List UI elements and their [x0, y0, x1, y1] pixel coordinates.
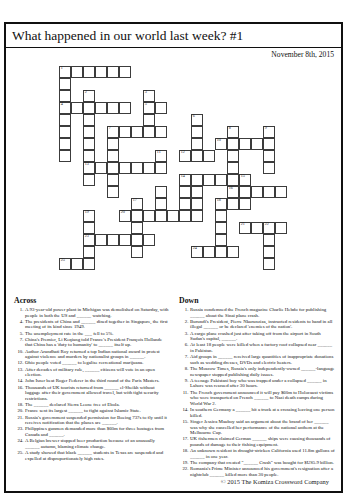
clue-number: 15: [241, 174, 245, 179]
grid-block: [167, 198, 179, 210]
grid-block: [71, 126, 83, 138]
grid-block: [119, 186, 131, 198]
grid-block: [179, 162, 191, 174]
grid-cell[interactable]: [59, 78, 71, 90]
grid-cell[interactable]: 1: [59, 66, 71, 78]
clue-num-label: 16.: [14, 385, 25, 402]
grid-block: [131, 114, 143, 126]
grid-block: [263, 114, 275, 126]
grid-block: [59, 222, 71, 234]
grid-cell[interactable]: [83, 150, 95, 162]
grid-cell[interactable]: [143, 210, 155, 222]
grid-cell[interactable]: [71, 66, 83, 78]
clue-number: 7: [109, 126, 111, 131]
grid-cell[interactable]: [239, 138, 251, 150]
grid-cell[interactable]: 15: [239, 174, 251, 186]
grid-block: [275, 162, 287, 174]
clue-num-label: 15.: [179, 419, 190, 436]
grid-cell[interactable]: [95, 102, 107, 114]
across-clue: 7.China's Premier, Li Keqiang told Franc…: [14, 337, 170, 348]
across-clue: 23.Philippines gunmen demanded more than…: [14, 426, 170, 437]
puzzle-sheet: What happened in our world last week? #1…: [4, 22, 343, 493]
grid-block: [227, 66, 239, 78]
clue-number: 20: [121, 210, 125, 215]
grid-block: [143, 258, 155, 270]
grid-block: [167, 174, 179, 186]
grid-cell[interactable]: [59, 90, 71, 102]
grid-cell[interactable]: [131, 162, 143, 174]
grid-block: [59, 174, 71, 186]
grid-block: [203, 186, 215, 198]
clue-num-label: 8.: [179, 366, 190, 377]
grid-cell[interactable]: 25: [59, 258, 71, 270]
grid-cell[interactable]: [107, 162, 119, 174]
grid-block: [59, 198, 71, 210]
grid-cell[interactable]: [179, 198, 191, 210]
grid-cell[interactable]: [71, 258, 83, 270]
grid-block: [143, 186, 155, 198]
grid-block: [275, 198, 287, 210]
grid-cell[interactable]: [143, 234, 155, 246]
across-clue: 21.Russia's government suspended permiss…: [14, 415, 170, 426]
grid-block: [275, 138, 287, 150]
grid-cell[interactable]: [155, 198, 167, 210]
clue-text: Singer Jessica Mauboy said an argument a…: [190, 419, 335, 436]
grid-block: [131, 78, 143, 90]
grid-block: [131, 102, 143, 114]
grid-block: [179, 102, 191, 114]
across-clue: 5.The unemployment rate in the ___ fell …: [14, 331, 170, 337]
grid-cell[interactable]: [251, 138, 263, 150]
grid-block: [191, 102, 203, 114]
grid-cell[interactable]: [227, 198, 239, 210]
grid-cell[interactable]: [227, 162, 239, 174]
grid-cell[interactable]: [131, 126, 143, 138]
grid-cell[interactable]: [191, 198, 203, 210]
grid-cell[interactable]: [107, 102, 119, 114]
grid-cell[interactable]: [167, 210, 179, 222]
grid-cell[interactable]: 21: [239, 222, 251, 234]
grid-cell[interactable]: [59, 126, 71, 138]
clue-number: 12: [181, 150, 185, 155]
grid-block: [239, 102, 251, 114]
clue-num-label: 2.: [179, 319, 190, 330]
grid-block: [275, 126, 287, 138]
grid-cell[interactable]: [275, 186, 287, 198]
grid-cell[interactable]: [251, 222, 263, 234]
grid-cell[interactable]: [131, 222, 143, 234]
grid-block: [71, 162, 83, 174]
clue-text: Aid groups in ______ received large quan…: [190, 354, 335, 365]
grid-block: [251, 246, 263, 258]
across-clue: 12.Ohio people voted ______ to legalise …: [14, 360, 170, 366]
grid-cell[interactable]: [155, 102, 167, 114]
grid-cell[interactable]: [263, 246, 275, 258]
grid-block: [119, 114, 131, 126]
grid-cell[interactable]: 7: [107, 126, 119, 138]
grid-cell[interactable]: [227, 174, 239, 186]
clue-text: The ______ declared Sierra Leone free of…: [25, 402, 170, 408]
grid-cell[interactable]: 9: [263, 126, 275, 138]
grid-block: [59, 186, 71, 198]
grid-cell[interactable]: [59, 114, 71, 126]
grid-cell[interactable]: 20: [119, 210, 131, 222]
clue-num-label: 19.: [179, 460, 190, 466]
grid-cell[interactable]: [263, 258, 275, 270]
clue-text: John Isner beat Roger Federer in the thi…: [25, 378, 170, 384]
grid-block: [107, 210, 119, 222]
grid-cell[interactable]: [263, 234, 275, 246]
grid-cell[interactable]: [263, 150, 275, 162]
grid-block: [251, 174, 263, 186]
grid-block: [71, 234, 83, 246]
grid-cell[interactable]: 5: [143, 102, 155, 114]
grid-block: [95, 138, 107, 150]
clue-text: A teenage Pakistani boy who was trapped …: [190, 378, 335, 389]
clue-text: A study showed that black ______ student…: [25, 450, 170, 461]
grid-block: [179, 222, 191, 234]
grid-cell[interactable]: 22: [263, 222, 275, 234]
clue-num-label: 25.: [14, 450, 25, 461]
down-list: 1.Russia condemned the French magazine C…: [179, 307, 335, 477]
grid-block: [155, 78, 167, 90]
across-clue: 20.France sent its largest ______ to fig…: [14, 408, 170, 414]
grid-cell[interactable]: [83, 126, 95, 138]
grid-cell[interactable]: [131, 234, 143, 246]
grid-cell[interactable]: [275, 222, 287, 234]
grid-block: [107, 258, 119, 270]
grid-cell[interactable]: 11: [155, 150, 167, 162]
clue-number: 18: [217, 198, 221, 203]
grid-cell[interactable]: [215, 210, 227, 222]
grid-block: [215, 102, 227, 114]
grid-block: [167, 222, 179, 234]
grid-block: [71, 198, 83, 210]
clue-number: 22: [265, 222, 269, 227]
grid-block: [203, 78, 215, 90]
grid-block: [203, 234, 215, 246]
grid-block: [263, 90, 275, 102]
clue-text: In southern Germany a ______ hit a truck…: [190, 407, 335, 418]
grid-cell[interactable]: 18: [215, 198, 227, 210]
clue-num-label: 13.: [14, 367, 25, 378]
grid-block: [95, 186, 107, 198]
grid-block: [203, 138, 215, 150]
grid-cell[interactable]: [119, 234, 131, 246]
grid-block: [251, 66, 263, 78]
clue-number: 6: [193, 114, 195, 119]
grid-block: [95, 126, 107, 138]
grid-cell[interactable]: [155, 210, 167, 222]
down-clue: 17.UK fishermen claimed German ______ sh…: [179, 436, 335, 447]
clue-number: 9: [265, 126, 267, 131]
grid-block: [215, 186, 227, 198]
clue-num-label: 17.: [179, 436, 190, 447]
grid-block: [203, 210, 215, 222]
grid-block: [167, 150, 179, 162]
grid-cell[interactable]: 6: [191, 114, 203, 126]
grid-block: [131, 258, 143, 270]
clue-text: A Belgian brewer stopped beer production…: [25, 438, 170, 449]
grid-block: [95, 150, 107, 162]
grid-block: [119, 246, 131, 258]
grid-cell[interactable]: [83, 222, 95, 234]
grid-block: [119, 78, 131, 90]
grid-block: [167, 126, 179, 138]
grid-cell[interactable]: [107, 186, 119, 198]
grid-cell[interactable]: [95, 66, 107, 78]
grid-cell[interactable]: [143, 114, 155, 126]
clue-text: Romania's Prime Minister announced his g…: [190, 466, 335, 477]
grid-cell[interactable]: [143, 126, 155, 138]
grid-cell[interactable]: [107, 234, 119, 246]
grid-block: [179, 78, 191, 90]
grid-cell[interactable]: 4: [59, 102, 71, 114]
clue-num-label: 3.: [179, 331, 190, 342]
grid-cell[interactable]: [71, 102, 83, 114]
grid-cell[interactable]: 10: [215, 138, 227, 150]
grid-block: [83, 78, 95, 90]
grid-cell[interactable]: [263, 186, 275, 198]
grid-block: [95, 222, 107, 234]
grid-block: [203, 222, 215, 234]
grid-block: [167, 234, 179, 246]
puzzle-date: November 8th, 2015: [6, 48, 341, 59]
grid-block: [215, 258, 227, 270]
clue-number: 3: [145, 90, 147, 95]
grid-cell[interactable]: [227, 246, 239, 258]
crossword-grid: 1234567891011121314151617181920212223242…: [59, 66, 287, 270]
grid-cell[interactable]: [239, 198, 251, 210]
grid-block: [275, 66, 287, 78]
grid-cell[interactable]: [155, 162, 167, 174]
grid-cell[interactable]: [191, 186, 203, 198]
grid-cell[interactable]: [215, 174, 227, 186]
grid-block: [107, 222, 119, 234]
grid-cell[interactable]: [203, 246, 215, 258]
grid-block: [239, 150, 251, 162]
clue-num-label: 18.: [14, 402, 25, 408]
grid-cell[interactable]: 8: [227, 126, 239, 138]
across-clue: 4.The presidents of China and ______ din…: [14, 319, 170, 330]
down-clue: 22.Romania's Prime Minister announced hi…: [179, 466, 335, 477]
clue-number: 25: [61, 258, 65, 263]
clue-section: Across 1.A 93-year-old power plant in Mi…: [6, 296, 341, 478]
grid-cell[interactable]: [107, 150, 119, 162]
grid-cell[interactable]: [83, 246, 95, 258]
grid-block: [191, 222, 203, 234]
grid-cell[interactable]: [239, 186, 251, 198]
grid-block: [179, 66, 191, 78]
grid-block: [239, 162, 251, 174]
clue-number: 24: [193, 246, 197, 251]
grid-block: [239, 126, 251, 138]
grid-block: [251, 198, 263, 210]
grid-block: [263, 174, 275, 186]
grid-block: [167, 66, 179, 78]
grid-cell[interactable]: [59, 150, 71, 162]
grid-cell[interactable]: [83, 66, 95, 78]
grid-block: [119, 150, 131, 162]
grid-block: [95, 114, 107, 126]
grid-block: [59, 162, 71, 174]
grid-cell[interactable]: 3: [143, 90, 155, 102]
grid-cell[interactable]: [131, 246, 143, 258]
grid-cell[interactable]: 17: [131, 198, 143, 210]
grid-block: [83, 198, 95, 210]
down-header: Down: [179, 296, 335, 305]
grid-cell[interactable]: [191, 150, 203, 162]
grid-block: [203, 198, 215, 210]
grid-block: [251, 114, 263, 126]
grid-cell[interactable]: [95, 234, 107, 246]
grid-cell[interactable]: [59, 138, 71, 150]
across-clues: Across 1.A 93-year-old power plant in Mi…: [14, 296, 170, 478]
grid-block: [275, 210, 287, 222]
grid-cell[interactable]: [191, 138, 203, 150]
grid-block: [239, 210, 251, 222]
grid-block: [71, 138, 83, 150]
grid-cell[interactable]: [263, 162, 275, 174]
grid-cell[interactable]: 16: [227, 186, 239, 198]
down-clue: 7.Aid groups in ______ received large qu…: [179, 354, 335, 365]
grid-block: [71, 186, 83, 198]
grid-block: [95, 246, 107, 258]
grid-block: [227, 114, 239, 126]
grid-block: [275, 258, 287, 270]
grid-block: [227, 258, 239, 270]
clue-num-label: 23.: [14, 426, 25, 437]
grid-cell[interactable]: 12: [179, 150, 191, 162]
grid-block: [179, 234, 191, 246]
grid-block: [143, 150, 155, 162]
clue-text: Russia condemned the French magazine Cha…: [190, 307, 335, 318]
grid-block: [215, 150, 227, 162]
grid-cell[interactable]: [215, 234, 227, 246]
clue-num-label: 20.: [14, 408, 25, 414]
clue-number: 19: [85, 210, 89, 215]
grid-block: [203, 90, 215, 102]
grid-cell[interactable]: [203, 150, 215, 162]
grid-block: [239, 234, 251, 246]
grid-block: [275, 150, 287, 162]
grid-cell[interactable]: [119, 126, 131, 138]
grid-cell[interactable]: [107, 66, 119, 78]
grid-cell[interactable]: 13: [83, 162, 95, 174]
clue-text: The presidents of China and ______ dined…: [25, 319, 170, 330]
grid-block: [167, 162, 179, 174]
down-clue: 11.The French government announced it wi…: [179, 390, 335, 407]
grid-block: [203, 126, 215, 138]
grid-block: [215, 78, 227, 90]
grid-block: [131, 90, 143, 102]
grid-cell[interactable]: [119, 162, 131, 174]
grid-cell[interactable]: 23: [83, 234, 95, 246]
clue-text: An unknown resident in drought-stricken …: [190, 448, 335, 459]
grid-block: [59, 210, 71, 222]
grid-cell[interactable]: [83, 102, 95, 114]
grid-block: [251, 258, 263, 270]
grid-cell[interactable]: [95, 162, 107, 174]
grid-cell[interactable]: [155, 186, 167, 198]
grid-block: [107, 246, 119, 258]
grid-cell[interactable]: 14: [179, 174, 191, 186]
copyright-footer: © 2015 The Komiza Crossword Company: [221, 478, 329, 485]
grid-cell[interactable]: 19: [83, 210, 95, 222]
grid-cell[interactable]: [179, 186, 191, 198]
grid-block: [215, 162, 227, 174]
grid-cell[interactable]: [143, 162, 155, 174]
clue-text: A 93-year-old power plant in Michigan wa…: [25, 307, 170, 318]
grid-block: [71, 222, 83, 234]
grid-cell[interactable]: [119, 102, 131, 114]
grid-cell[interactable]: [191, 174, 203, 186]
grid-block: [215, 114, 227, 126]
grid-block: [119, 138, 131, 150]
grid-cell[interactable]: [191, 126, 203, 138]
grid-cell[interactable]: [215, 222, 227, 234]
grid-block: [251, 234, 263, 246]
clue-number: 4: [61, 102, 63, 107]
clue-text: UK fishermen claimed German ______ ships…: [190, 436, 335, 447]
grid-block: [107, 90, 119, 102]
grid-cell[interactable]: [83, 114, 95, 126]
grid-cell[interactable]: [131, 210, 143, 222]
grid-block: [143, 222, 155, 234]
grid-cell[interactable]: [83, 174, 95, 186]
grid-block: [143, 246, 155, 258]
grid-cell[interactable]: [83, 258, 95, 270]
clue-text: The company that created "______ Crush" …: [190, 460, 335, 466]
grid-cell[interactable]: [191, 210, 203, 222]
grid-cell[interactable]: [263, 138, 275, 150]
grid-cell[interactable]: 24: [191, 246, 203, 258]
grid-block: [203, 66, 215, 78]
grid-block: [71, 90, 83, 102]
grid-cell[interactable]: [203, 174, 215, 186]
grid-block: [263, 210, 275, 222]
grid-block: [227, 222, 239, 234]
grid-cell[interactable]: [83, 138, 95, 150]
grid-block: [227, 102, 239, 114]
grid-block: [239, 90, 251, 102]
clue-text: After decades of military rule, ______ c…: [25, 367, 170, 378]
grid-cell[interactable]: [251, 186, 263, 198]
grid-block: [275, 102, 287, 114]
clue-text: Burundi's President, Pierre Nkurunziza, …: [190, 319, 335, 330]
grid-block: [227, 234, 239, 246]
down-clue: 2.Burundi's President, Pierre Nkurunziza…: [179, 319, 335, 330]
grid-cell[interactable]: [227, 150, 239, 162]
clue-number: 13: [85, 162, 89, 167]
grid-cell[interactable]: [227, 138, 239, 150]
grid-block: [155, 258, 167, 270]
grid-cell[interactable]: [215, 246, 227, 258]
grid-cell[interactable]: 2: [83, 90, 95, 102]
grid-block: [251, 150, 263, 162]
grid-block: [263, 78, 275, 90]
grid-cell[interactable]: [107, 174, 119, 186]
grid-cell[interactable]: [119, 66, 131, 78]
grid-block: [167, 138, 179, 150]
clue-number: 5: [145, 102, 147, 107]
grid-cell[interactable]: [179, 210, 191, 222]
grid-cell[interactable]: [107, 138, 119, 150]
grid-block: [179, 114, 191, 126]
grid-block: [143, 78, 155, 90]
grid-cell[interactable]: [155, 126, 167, 138]
grid-block: [155, 246, 167, 258]
